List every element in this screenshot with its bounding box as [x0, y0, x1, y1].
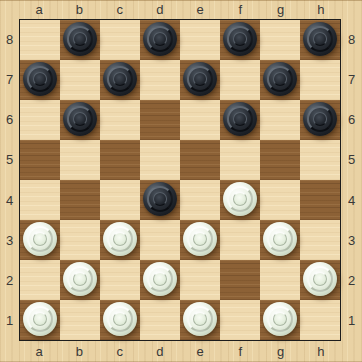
square-e2 [180, 260, 220, 300]
piece-light-e3[interactable] [183, 222, 217, 256]
square-h3 [300, 220, 340, 260]
rank-label-right-3: 3 [341, 220, 362, 260]
piece-light-g3[interactable] [263, 222, 297, 256]
square-c6 [100, 100, 140, 140]
piece-light-g1[interactable] [263, 302, 297, 336]
file-labels-top: abcdefgh [19, 0, 341, 19]
file-label-top-b: b [59, 0, 99, 19]
file-label-top-e: e [180, 0, 220, 19]
square-a6 [20, 100, 60, 140]
file-label-top-d: d [140, 0, 180, 19]
square-b4[interactable] [60, 180, 100, 220]
piece-dark-g7[interactable] [263, 62, 297, 96]
piece-dark-h6[interactable] [303, 102, 337, 136]
piece-light-a3[interactable] [23, 222, 57, 256]
piece-dark-c7[interactable] [103, 62, 137, 96]
file-labels-bottom: abcdefgh [19, 341, 341, 362]
square-a2 [20, 260, 60, 300]
square-e4 [180, 180, 220, 220]
file-label-bottom-f: f [220, 341, 260, 362]
square-c5[interactable] [100, 140, 140, 180]
file-label-top-c: c [100, 0, 140, 19]
rank-label-left-5: 5 [0, 140, 19, 180]
square-f2[interactable] [220, 260, 260, 300]
file-label-bottom-e: e [180, 341, 220, 362]
rank-label-left-3: 3 [0, 220, 19, 260]
piece-light-a1[interactable] [23, 302, 57, 336]
rank-labels-right: 87654321 [341, 19, 362, 341]
square-h1 [300, 300, 340, 340]
piece-light-c3[interactable] [103, 222, 137, 256]
file-label-top-g: g [261, 0, 301, 19]
square-c4 [100, 180, 140, 220]
rank-label-right-4: 4 [341, 180, 362, 220]
rank-label-right-7: 7 [341, 59, 362, 99]
file-label-bottom-a: a [19, 341, 59, 362]
square-d3 [140, 220, 180, 260]
square-f1 [220, 300, 260, 340]
rank-label-left-2: 2 [0, 261, 19, 301]
checkers-board-screenshot: abcdefgh abcdefgh 87654321 87654321 [0, 0, 362, 362]
rank-label-right-5: 5 [341, 140, 362, 180]
square-d7 [140, 60, 180, 100]
piece-dark-h8[interactable] [303, 22, 337, 56]
square-b1 [60, 300, 100, 340]
square-g5[interactable] [260, 140, 300, 180]
piece-dark-a7[interactable] [23, 62, 57, 96]
piece-light-h2[interactable] [303, 262, 337, 296]
piece-dark-b6[interactable] [63, 102, 97, 136]
piece-light-d2[interactable] [143, 262, 177, 296]
square-b5 [60, 140, 100, 180]
piece-light-f4[interactable] [223, 182, 257, 216]
rank-label-right-6: 6 [341, 100, 362, 140]
piece-light-e1[interactable] [183, 302, 217, 336]
square-e6 [180, 100, 220, 140]
rank-label-right-1: 1 [341, 301, 362, 341]
rank-label-left-8: 8 [0, 19, 19, 59]
rank-label-left-1: 1 [0, 301, 19, 341]
square-f5 [220, 140, 260, 180]
square-f3 [220, 220, 260, 260]
square-e5[interactable] [180, 140, 220, 180]
square-c2 [100, 260, 140, 300]
square-g2 [260, 260, 300, 300]
square-a8 [20, 20, 60, 60]
rank-label-right-8: 8 [341, 19, 362, 59]
square-b3 [60, 220, 100, 260]
square-a4 [20, 180, 60, 220]
square-d6[interactable] [140, 100, 180, 140]
piece-dark-f6[interactable] [223, 102, 257, 136]
piece-dark-d8[interactable] [143, 22, 177, 56]
square-a5[interactable] [20, 140, 60, 180]
square-d5 [140, 140, 180, 180]
file-label-bottom-d: d [140, 341, 180, 362]
file-label-bottom-c: c [100, 341, 140, 362]
square-h5 [300, 140, 340, 180]
checkers-board [19, 19, 341, 341]
rank-labels-left: 87654321 [0, 19, 19, 341]
square-g4 [260, 180, 300, 220]
square-d1 [140, 300, 180, 340]
file-label-top-h: h [301, 0, 341, 19]
piece-dark-d4[interactable] [143, 182, 177, 216]
rank-label-left-4: 4 [0, 180, 19, 220]
rank-label-left-6: 6 [0, 100, 19, 140]
square-g8 [260, 20, 300, 60]
square-h4[interactable] [300, 180, 340, 220]
square-b7 [60, 60, 100, 100]
rank-label-right-2: 2 [341, 261, 362, 301]
piece-light-b2[interactable] [63, 262, 97, 296]
piece-light-c1[interactable] [103, 302, 137, 336]
file-label-bottom-g: g [261, 341, 301, 362]
square-f7 [220, 60, 260, 100]
piece-dark-e7[interactable] [183, 62, 217, 96]
square-e8 [180, 20, 220, 60]
file-label-top-f: f [220, 0, 260, 19]
file-label-bottom-h: h [301, 341, 341, 362]
file-label-top-a: a [19, 0, 59, 19]
square-c8 [100, 20, 140, 60]
square-g6 [260, 100, 300, 140]
piece-dark-b8[interactable] [63, 22, 97, 56]
square-h7 [300, 60, 340, 100]
rank-label-left-7: 7 [0, 59, 19, 99]
piece-dark-f8[interactable] [223, 22, 257, 56]
file-label-bottom-b: b [59, 341, 99, 362]
